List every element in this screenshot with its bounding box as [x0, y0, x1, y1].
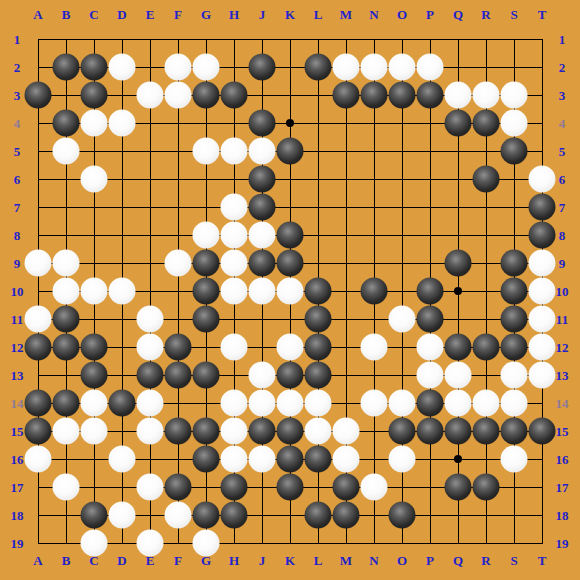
board-cell[interactable]: [416, 81, 444, 109]
board-cell[interactable]: [528, 193, 556, 221]
board-cell[interactable]: [388, 193, 416, 221]
board-cell[interactable]: [248, 445, 276, 473]
board-cell[interactable]: [304, 473, 332, 501]
board-cell[interactable]: [444, 473, 472, 501]
board-cell[interactable]: [332, 25, 360, 53]
board-cell[interactable]: [360, 53, 388, 81]
board-cell[interactable]: [192, 501, 220, 529]
board-cell[interactable]: [500, 221, 528, 249]
board-cell[interactable]: [136, 389, 164, 417]
board-cell[interactable]: [136, 25, 164, 53]
board-cell[interactable]: [416, 305, 444, 333]
board-cell[interactable]: [416, 333, 444, 361]
board-cell[interactable]: [416, 501, 444, 529]
board-cell[interactable]: [108, 445, 136, 473]
board-cell[interactable]: [80, 445, 108, 473]
board-cell[interactable]: [276, 445, 304, 473]
board-cell[interactable]: [24, 389, 52, 417]
board-cell[interactable]: [472, 389, 500, 417]
board-cell[interactable]: [276, 249, 304, 277]
board-cell[interactable]: [444, 417, 472, 445]
board-cell[interactable]: [332, 417, 360, 445]
board-cell[interactable]: [164, 109, 192, 137]
board-cell[interactable]: [108, 221, 136, 249]
board-cell[interactable]: [304, 53, 332, 81]
board-cell[interactable]: [472, 53, 500, 81]
board-cell[interactable]: [220, 81, 248, 109]
board-cell[interactable]: [360, 473, 388, 501]
board-cell[interactable]: [248, 25, 276, 53]
board-cell[interactable]: [388, 25, 416, 53]
board-cell[interactable]: [276, 165, 304, 193]
board-cell[interactable]: [136, 361, 164, 389]
board-cell[interactable]: [192, 25, 220, 53]
board-cell[interactable]: [472, 81, 500, 109]
board-cell[interactable]: [416, 25, 444, 53]
board-cell[interactable]: [332, 361, 360, 389]
board-cell[interactable]: [248, 249, 276, 277]
board-cell[interactable]: [416, 137, 444, 165]
board-cell[interactable]: [24, 417, 52, 445]
board-cell[interactable]: [108, 417, 136, 445]
board-cell[interactable]: [528, 221, 556, 249]
board-cell[interactable]: [528, 109, 556, 137]
board-cell[interactable]: [52, 333, 80, 361]
board-cell[interactable]: [164, 193, 192, 221]
board-cell[interactable]: [444, 361, 472, 389]
board-cell[interactable]: [304, 333, 332, 361]
board-cell[interactable]: [248, 361, 276, 389]
board-cell[interactable]: [500, 445, 528, 473]
board-cell[interactable]: [304, 501, 332, 529]
board-cell[interactable]: [444, 53, 472, 81]
board-cell[interactable]: [444, 249, 472, 277]
board-cell[interactable]: [52, 389, 80, 417]
board-cell[interactable]: [332, 193, 360, 221]
board-cell[interactable]: [192, 137, 220, 165]
board-cell[interactable]: [388, 445, 416, 473]
board-cell[interactable]: [220, 53, 248, 81]
board-cell[interactable]: [304, 221, 332, 249]
board-cell[interactable]: [360, 333, 388, 361]
board-cell[interactable]: [52, 249, 80, 277]
board-cell[interactable]: [52, 277, 80, 305]
board-cell[interactable]: [304, 417, 332, 445]
board-cell[interactable]: [472, 109, 500, 137]
board-cell[interactable]: [444, 109, 472, 137]
board-cell[interactable]: [360, 417, 388, 445]
board-cell[interactable]: [220, 417, 248, 445]
board-cell[interactable]: [416, 389, 444, 417]
board-cell[interactable]: [24, 445, 52, 473]
board-cell[interactable]: [192, 305, 220, 333]
board-cell[interactable]: [80, 25, 108, 53]
board-cell[interactable]: [164, 137, 192, 165]
board-cell[interactable]: [444, 389, 472, 417]
board-cell[interactable]: [332, 53, 360, 81]
board-cell[interactable]: [108, 81, 136, 109]
board-cell[interactable]: [416, 165, 444, 193]
board-cell[interactable]: [248, 389, 276, 417]
board-cell[interactable]: [472, 249, 500, 277]
board-cell[interactable]: [220, 109, 248, 137]
board-cell[interactable]: [276, 501, 304, 529]
board-cell[interactable]: [332, 305, 360, 333]
board-cell[interactable]: [80, 417, 108, 445]
board-cell[interactable]: [360, 389, 388, 417]
board-cell[interactable]: [108, 305, 136, 333]
board-cell[interactable]: [220, 333, 248, 361]
board-cell[interactable]: [164, 473, 192, 501]
board-cell[interactable]: [276, 333, 304, 361]
board-cell[interactable]: [52, 25, 80, 53]
board-cell[interactable]: [472, 221, 500, 249]
board-cell[interactable]: [276, 137, 304, 165]
board-cell[interactable]: [24, 25, 52, 53]
board-cell[interactable]: [80, 305, 108, 333]
board-cell[interactable]: [80, 193, 108, 221]
board-cell[interactable]: [220, 249, 248, 277]
board-cell[interactable]: [360, 501, 388, 529]
board-cell[interactable]: [500, 473, 528, 501]
board-cell[interactable]: [220, 361, 248, 389]
board-cell[interactable]: [192, 417, 220, 445]
board-cell[interactable]: [52, 137, 80, 165]
board-cell[interactable]: [388, 81, 416, 109]
board-cell[interactable]: [500, 305, 528, 333]
board-cell[interactable]: [164, 305, 192, 333]
board-cell[interactable]: [192, 193, 220, 221]
board-cell[interactable]: [164, 445, 192, 473]
board-cell[interactable]: [220, 221, 248, 249]
board-cell[interactable]: [192, 361, 220, 389]
board-cell[interactable]: [500, 25, 528, 53]
board-cell[interactable]: [136, 221, 164, 249]
board-cell[interactable]: [416, 109, 444, 137]
board-cell[interactable]: [248, 109, 276, 137]
board-cell[interactable]: [388, 473, 416, 501]
board-cell[interactable]: [248, 473, 276, 501]
board-cell[interactable]: [500, 277, 528, 305]
board-cell[interactable]: [360, 165, 388, 193]
board-cell[interactable]: [360, 249, 388, 277]
board-cell[interactable]: [192, 221, 220, 249]
board-cell[interactable]: [80, 221, 108, 249]
board-cell[interactable]: [80, 137, 108, 165]
board-cell[interactable]: [192, 473, 220, 501]
board-cell[interactable]: [108, 193, 136, 221]
board-cell[interactable]: [52, 473, 80, 501]
board-cell[interactable]: [108, 277, 136, 305]
board-cell[interactable]: [304, 389, 332, 417]
board-cell[interactable]: [388, 361, 416, 389]
board-cell[interactable]: [24, 361, 52, 389]
board-cell[interactable]: [528, 473, 556, 501]
board-cell[interactable]: [528, 445, 556, 473]
board-cell[interactable]: [304, 25, 332, 53]
board-cell[interactable]: [528, 305, 556, 333]
board-cell[interactable]: [108, 165, 136, 193]
board-cell[interactable]: [52, 417, 80, 445]
board-cell[interactable]: [472, 501, 500, 529]
board-cell[interactable]: [52, 501, 80, 529]
board-cell[interactable]: [444, 277, 472, 305]
board-cell[interactable]: [388, 221, 416, 249]
board-cell[interactable]: [52, 81, 80, 109]
board-cell[interactable]: [164, 53, 192, 81]
board-cell[interactable]: [80, 277, 108, 305]
board-cell[interactable]: [416, 417, 444, 445]
board-cell[interactable]: [472, 193, 500, 221]
board-cell[interactable]: [164, 81, 192, 109]
board-cell[interactable]: [24, 473, 52, 501]
board-cell[interactable]: [192, 277, 220, 305]
board-cell[interactable]: [192, 249, 220, 277]
board-cell[interactable]: [164, 221, 192, 249]
board-cell[interactable]: [332, 249, 360, 277]
board-cell[interactable]: [472, 165, 500, 193]
board-cell[interactable]: [24, 333, 52, 361]
board-cell[interactable]: [528, 137, 556, 165]
board-cell[interactable]: [360, 277, 388, 305]
board-cell[interactable]: [304, 445, 332, 473]
board-cell[interactable]: [52, 221, 80, 249]
board-cell[interactable]: [500, 53, 528, 81]
board-cell[interactable]: [276, 389, 304, 417]
board-cell[interactable]: [500, 81, 528, 109]
board-cell[interactable]: [528, 389, 556, 417]
board-cell[interactable]: [192, 333, 220, 361]
board-cell[interactable]: [80, 165, 108, 193]
board-cell[interactable]: [276, 25, 304, 53]
board-cell[interactable]: [416, 277, 444, 305]
board-cell[interactable]: [80, 501, 108, 529]
board-cell[interactable]: [24, 249, 52, 277]
board-cell[interactable]: [136, 473, 164, 501]
board-cell[interactable]: [136, 193, 164, 221]
board-cell[interactable]: [220, 445, 248, 473]
board-cell[interactable]: [500, 193, 528, 221]
board-cell[interactable]: [248, 305, 276, 333]
board-cell[interactable]: [52, 361, 80, 389]
board-cell[interactable]: [220, 277, 248, 305]
board-cell[interactable]: [528, 81, 556, 109]
board-cell[interactable]: [136, 277, 164, 305]
board-cell[interactable]: [164, 389, 192, 417]
board-cell[interactable]: [360, 445, 388, 473]
board-cell[interactable]: [416, 249, 444, 277]
board-cell[interactable]: [24, 109, 52, 137]
board-cell[interactable]: [248, 53, 276, 81]
board-cell[interactable]: [416, 445, 444, 473]
board-cell[interactable]: [360, 221, 388, 249]
board-cell[interactable]: [192, 445, 220, 473]
board-cell[interactable]: [276, 193, 304, 221]
board-cell[interactable]: [276, 417, 304, 445]
board-cell[interactable]: [444, 333, 472, 361]
board-cell[interactable]: [136, 249, 164, 277]
board-cell[interactable]: [220, 25, 248, 53]
board-cell[interactable]: [164, 501, 192, 529]
board-cell[interactable]: [136, 501, 164, 529]
board-cell[interactable]: [360, 361, 388, 389]
board-cell[interactable]: [444, 305, 472, 333]
board-cell[interactable]: [248, 221, 276, 249]
board-cell[interactable]: [528, 417, 556, 445]
board-cell[interactable]: [388, 417, 416, 445]
board-cell[interactable]: [472, 361, 500, 389]
board-cell[interactable]: [164, 25, 192, 53]
board-cell[interactable]: [248, 333, 276, 361]
board-cell[interactable]: [444, 25, 472, 53]
board-cell[interactable]: [500, 333, 528, 361]
board-cell[interactable]: [248, 501, 276, 529]
board-cell[interactable]: [192, 109, 220, 137]
board-cell[interactable]: [220, 165, 248, 193]
board-cell[interactable]: [416, 193, 444, 221]
board-cell[interactable]: [304, 277, 332, 305]
board-cell[interactable]: [332, 109, 360, 137]
board-cell[interactable]: [360, 193, 388, 221]
board-cell[interactable]: [80, 473, 108, 501]
board-cell[interactable]: [472, 445, 500, 473]
board-cell[interactable]: [388, 137, 416, 165]
board-cell[interactable]: [220, 389, 248, 417]
board-cell[interactable]: [80, 81, 108, 109]
board-cell[interactable]: [332, 333, 360, 361]
board-cell[interactable]: [136, 165, 164, 193]
board-cell[interactable]: [248, 81, 276, 109]
board-cell[interactable]: [80, 249, 108, 277]
board-cell[interactable]: [164, 277, 192, 305]
board-cell[interactable]: [52, 305, 80, 333]
board-cell[interactable]: [500, 165, 528, 193]
board-cell[interactable]: [108, 501, 136, 529]
board-cell[interactable]: [304, 165, 332, 193]
board-cell[interactable]: [360, 137, 388, 165]
board-cell[interactable]: [388, 305, 416, 333]
board-cell[interactable]: [80, 333, 108, 361]
board-cell[interactable]: [136, 305, 164, 333]
board-cell[interactable]: [332, 445, 360, 473]
board-cell[interactable]: [332, 501, 360, 529]
board-cell[interactable]: [304, 109, 332, 137]
board-cell[interactable]: [24, 137, 52, 165]
board-cell[interactable]: [360, 109, 388, 137]
board-cell[interactable]: [164, 417, 192, 445]
board-cell[interactable]: [360, 305, 388, 333]
board-cell[interactable]: [220, 193, 248, 221]
board-cell[interactable]: [304, 249, 332, 277]
board-cell[interactable]: [500, 249, 528, 277]
board-cell[interactable]: [276, 473, 304, 501]
board-cell[interactable]: [136, 445, 164, 473]
board-cell[interactable]: [136, 137, 164, 165]
board-cell[interactable]: [24, 277, 52, 305]
board-cell[interactable]: [304, 193, 332, 221]
board-cell[interactable]: [108, 361, 136, 389]
board-cell[interactable]: [276, 109, 304, 137]
board-cell[interactable]: [80, 53, 108, 81]
board-cell[interactable]: [444, 193, 472, 221]
board-cell[interactable]: [276, 305, 304, 333]
board-cell[interactable]: [248, 165, 276, 193]
board-cell[interactable]: [388, 277, 416, 305]
board-cell[interactable]: [416, 53, 444, 81]
board-cell[interactable]: [108, 333, 136, 361]
board-cell[interactable]: [164, 249, 192, 277]
board-cell[interactable]: [500, 501, 528, 529]
board-cell[interactable]: [164, 361, 192, 389]
board-cell[interactable]: [500, 361, 528, 389]
board-cell[interactable]: [220, 137, 248, 165]
board-cell[interactable]: [444, 81, 472, 109]
board-cell[interactable]: [528, 501, 556, 529]
board-cell[interactable]: [304, 361, 332, 389]
board-cell[interactable]: [360, 25, 388, 53]
board-cell[interactable]: [444, 137, 472, 165]
board-cell[interactable]: [24, 165, 52, 193]
board-cell[interactable]: [472, 473, 500, 501]
board-cell[interactable]: [500, 109, 528, 137]
board-cell[interactable]: [528, 25, 556, 53]
board-cell[interactable]: [332, 277, 360, 305]
board-cell[interactable]: [528, 361, 556, 389]
board-cell[interactable]: [52, 445, 80, 473]
board-cell[interactable]: [528, 333, 556, 361]
board-cell[interactable]: [416, 221, 444, 249]
board-cell[interactable]: [52, 165, 80, 193]
board-cell[interactable]: [192, 165, 220, 193]
board-cell[interactable]: [192, 53, 220, 81]
board-cell[interactable]: [472, 417, 500, 445]
board-cell[interactable]: [108, 249, 136, 277]
board-cell[interactable]: [192, 81, 220, 109]
board-cell[interactable]: [444, 445, 472, 473]
board-cell[interactable]: [388, 249, 416, 277]
board-cell[interactable]: [248, 277, 276, 305]
board-cell[interactable]: [332, 221, 360, 249]
board-cell[interactable]: [528, 165, 556, 193]
board-cell[interactable]: [388, 53, 416, 81]
board-cell[interactable]: [108, 137, 136, 165]
board-cell[interactable]: [472, 277, 500, 305]
board-cell[interactable]: [136, 53, 164, 81]
board-cell[interactable]: [24, 53, 52, 81]
board-cell[interactable]: [332, 473, 360, 501]
board-cell[interactable]: [108, 53, 136, 81]
board-cell[interactable]: [388, 501, 416, 529]
board-cell[interactable]: [52, 109, 80, 137]
board-cell[interactable]: [528, 53, 556, 81]
board-cell[interactable]: [276, 53, 304, 81]
board-cell[interactable]: [80, 361, 108, 389]
board-cell[interactable]: [472, 333, 500, 361]
board-cell[interactable]: [304, 305, 332, 333]
board-cell[interactable]: [444, 165, 472, 193]
board-cell[interactable]: [332, 137, 360, 165]
board-cell[interactable]: [52, 53, 80, 81]
board-cell[interactable]: [332, 165, 360, 193]
board-cell[interactable]: [220, 473, 248, 501]
board-cell[interactable]: [388, 333, 416, 361]
board-cell[interactable]: [80, 109, 108, 137]
board-cell[interactable]: [52, 193, 80, 221]
board-cell[interactable]: [108, 389, 136, 417]
board-cell[interactable]: [24, 193, 52, 221]
board-cell[interactable]: [108, 25, 136, 53]
board-cell[interactable]: [416, 473, 444, 501]
